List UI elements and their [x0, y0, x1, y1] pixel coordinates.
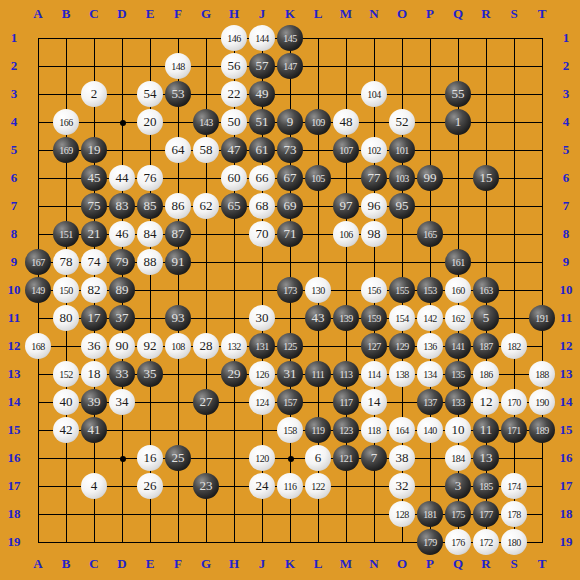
row-label-right: 8: [554, 226, 578, 242]
column-label-top: K: [278, 6, 302, 22]
move-number: 42: [60, 422, 73, 438]
stone-white-58: 58: [193, 137, 219, 163]
stone-white-106: 106: [333, 221, 359, 247]
stone-black-49: 49: [249, 81, 275, 107]
move-number: 173: [283, 285, 297, 296]
move-number: 182: [507, 341, 521, 352]
column-label-bottom: N: [362, 556, 386, 572]
stone-white-108: 108: [165, 333, 191, 359]
row-label-right: 18: [554, 506, 578, 522]
row-label-left: 3: [2, 86, 26, 102]
move-number: 163: [479, 285, 493, 296]
row-label-right: 17: [554, 478, 578, 494]
move-number: 87: [172, 226, 185, 242]
stone-black-141: 141: [445, 333, 471, 359]
move-number: 180: [507, 537, 521, 548]
stone-white-88: 88: [137, 249, 163, 275]
stone-white-124: 124: [249, 389, 275, 415]
column-label-top: T: [530, 6, 554, 22]
move-number: 103: [395, 173, 409, 184]
row-label-right: 11: [554, 310, 578, 326]
stone-black-73: 73: [277, 137, 303, 163]
row-label-right: 3: [554, 86, 578, 102]
stone-black-45: 45: [81, 165, 107, 191]
stone-white-66: 66: [249, 165, 275, 191]
stone-white-86: 86: [165, 193, 191, 219]
stone-white-30: 30: [249, 305, 275, 331]
stone-white-126: 126: [249, 361, 275, 387]
move-number: 135: [451, 369, 465, 380]
stone-white-70: 70: [249, 221, 275, 247]
move-number: 27: [200, 394, 213, 410]
move-number: 55: [452, 86, 465, 102]
move-number: 4: [91, 478, 98, 494]
stone-black-31: 31: [277, 361, 303, 387]
stone-black-35: 35: [137, 361, 163, 387]
stone-black-53: 53: [165, 81, 191, 107]
move-number: 127: [367, 341, 381, 352]
grid-line-vertical: [542, 38, 543, 543]
move-number: 114: [367, 369, 380, 380]
stone-black-189: 189: [529, 417, 555, 443]
move-number: 191: [535, 313, 549, 324]
stone-white-62: 62: [193, 193, 219, 219]
move-number: 158: [283, 425, 297, 436]
move-number: 21: [88, 226, 101, 242]
stone-white-178: 178: [501, 501, 527, 527]
stone-black-77: 77: [361, 165, 387, 191]
move-number: 31: [284, 366, 297, 382]
move-number: 153: [423, 285, 437, 296]
stone-black-39: 39: [81, 389, 107, 415]
stone-white-96: 96: [361, 193, 387, 219]
row-label-right: 15: [554, 422, 578, 438]
column-label-bottom: H: [222, 556, 246, 572]
move-number: 174: [507, 481, 521, 492]
column-label-top: B: [54, 6, 78, 22]
stone-white-122: 122: [305, 473, 331, 499]
row-label-left: 9: [2, 254, 26, 270]
stone-white-186: 186: [473, 361, 499, 387]
move-number: 53: [172, 86, 185, 102]
stone-black-111: 111: [305, 361, 331, 387]
row-label-right: 12: [554, 338, 578, 354]
stone-white-184: 184: [445, 445, 471, 471]
move-number: 90: [116, 338, 129, 354]
move-number: 68: [256, 198, 269, 214]
stone-white-136: 136: [417, 333, 443, 359]
stone-white-182: 182: [501, 333, 527, 359]
move-number: 75: [88, 198, 101, 214]
stone-black-17: 17: [81, 305, 107, 331]
move-number: 33: [116, 366, 129, 382]
stone-black-129: 129: [389, 333, 415, 359]
stone-white-14: 14: [361, 389, 387, 415]
stone-white-52: 52: [389, 109, 415, 135]
stone-white-98: 98: [361, 221, 387, 247]
stone-black-187: 187: [473, 333, 499, 359]
star-point: [120, 120, 126, 126]
stone-black-123: 123: [333, 417, 359, 443]
row-label-right: 4: [554, 114, 578, 130]
stone-white-90: 90: [109, 333, 135, 359]
move-number: 101: [395, 145, 409, 156]
row-label-right: 10: [554, 282, 578, 298]
column-label-top: C: [82, 6, 106, 22]
row-label-left: 11: [2, 310, 26, 326]
column-label-bottom: E: [138, 556, 162, 572]
stone-white-120: 120: [249, 445, 275, 471]
stone-white-154: 154: [389, 305, 415, 331]
move-number: 60: [228, 170, 241, 186]
row-label-right: 6: [554, 170, 578, 186]
column-label-top: R: [474, 6, 498, 22]
stone-white-32: 32: [389, 473, 415, 499]
stone-white-134: 134: [417, 361, 443, 387]
stone-white-64: 64: [165, 137, 191, 163]
move-number: 137: [423, 397, 437, 408]
column-label-bottom: K: [278, 556, 302, 572]
stone-black-103: 103: [389, 165, 415, 191]
move-number: 92: [144, 338, 157, 354]
move-number: 108: [171, 341, 185, 352]
row-label-right: 19: [554, 534, 578, 550]
row-label-left: 19: [2, 534, 26, 550]
row-label-left: 13: [2, 366, 26, 382]
stone-black-163: 163: [473, 277, 499, 303]
stone-white-156: 156: [361, 277, 387, 303]
stone-black-127: 127: [361, 333, 387, 359]
column-label-top: M: [334, 6, 358, 22]
column-label-bottom: R: [474, 556, 498, 572]
stone-white-36: 36: [81, 333, 107, 359]
move-number: 129: [395, 341, 409, 352]
row-label-right: 2: [554, 58, 578, 74]
stone-white-28: 28: [193, 333, 219, 359]
stone-white-18: 18: [81, 361, 107, 387]
move-number: 106: [339, 229, 353, 240]
column-label-top: E: [138, 6, 162, 22]
column-label-bottom: B: [54, 556, 78, 572]
move-number: 111: [312, 369, 325, 380]
stone-black-169: 169: [53, 137, 79, 163]
move-number: 46: [116, 226, 129, 242]
column-label-bottom: J: [250, 556, 274, 572]
column-label-top: Q: [446, 6, 470, 22]
stone-white-54: 54: [137, 81, 163, 107]
stone-white-176: 176: [445, 529, 471, 555]
move-number: 121: [339, 453, 353, 464]
move-number: 70: [256, 226, 269, 242]
move-number: 30: [256, 310, 269, 326]
move-number: 189: [535, 425, 549, 436]
stone-black-145: 145: [277, 25, 303, 51]
move-number: 22: [228, 86, 241, 102]
move-number: 157: [283, 397, 297, 408]
move-number: 124: [255, 397, 269, 408]
move-number: 190: [535, 397, 549, 408]
grid-line-vertical: [514, 38, 515, 543]
stone-black-51: 51: [249, 109, 275, 135]
stone-black-19: 19: [81, 137, 107, 163]
stone-black-143: 143: [193, 109, 219, 135]
move-number: 141: [451, 341, 465, 352]
move-number: 32: [396, 478, 409, 494]
stone-black-139: 139: [333, 305, 359, 331]
stone-white-22: 22: [221, 81, 247, 107]
move-number: 150: [59, 285, 73, 296]
stone-black-95: 95: [389, 193, 415, 219]
row-label-right: 16: [554, 450, 578, 466]
move-number: 88: [144, 254, 157, 270]
move-number: 25: [172, 450, 185, 466]
column-label-bottom: P: [418, 556, 442, 572]
move-number: 35: [144, 366, 157, 382]
move-number: 62: [200, 198, 213, 214]
row-label-left: 6: [2, 170, 26, 186]
stone-black-55: 55: [445, 81, 471, 107]
move-number: 48: [340, 114, 353, 130]
stone-white-84: 84: [137, 221, 163, 247]
move-number: 116: [283, 481, 296, 492]
stone-white-162: 162: [445, 305, 471, 331]
move-number: 119: [311, 425, 324, 436]
row-label-left: 18: [2, 506, 26, 522]
move-number: 49: [256, 86, 269, 102]
column-label-bottom: Q: [446, 556, 470, 572]
stone-white-174: 174: [501, 473, 527, 499]
move-number: 17: [88, 310, 101, 326]
move-number: 66: [256, 170, 269, 186]
stone-black-99: 99: [417, 165, 443, 191]
column-label-top: P: [418, 6, 442, 22]
move-number: 52: [396, 114, 409, 130]
move-number: 10: [452, 422, 465, 438]
stone-black-43: 43: [305, 305, 331, 331]
move-number: 120: [255, 453, 269, 464]
stone-white-132: 132: [221, 333, 247, 359]
stone-black-137: 137: [417, 389, 443, 415]
move-number: 146: [227, 33, 241, 44]
move-number: 181: [423, 509, 437, 520]
stone-black-179: 179: [417, 529, 443, 555]
column-label-bottom: T: [530, 556, 554, 572]
row-label-right: 1: [554, 30, 578, 46]
stone-black-117: 117: [333, 389, 359, 415]
column-label-top: H: [222, 6, 246, 22]
move-number: 44: [116, 170, 129, 186]
move-number: 18: [88, 366, 101, 382]
move-number: 166: [59, 117, 73, 128]
stone-white-180: 180: [501, 529, 527, 555]
row-label-left: 12: [2, 338, 26, 354]
stone-white-80: 80: [53, 305, 79, 331]
stone-white-26: 26: [137, 473, 163, 499]
move-number: 118: [367, 425, 380, 436]
move-number: 176: [451, 537, 465, 548]
stone-black-171: 171: [501, 417, 527, 443]
move-number: 130: [311, 285, 325, 296]
column-label-bottom: F: [166, 556, 190, 572]
move-number: 41: [88, 422, 101, 438]
row-label-left: 2: [2, 58, 26, 74]
stone-white-114: 114: [361, 361, 387, 387]
stone-black-9: 9: [277, 109, 303, 135]
move-number: 85: [144, 198, 157, 214]
stone-white-118: 118: [361, 417, 387, 443]
stone-white-78: 78: [53, 249, 79, 275]
stone-white-60: 60: [221, 165, 247, 191]
stone-black-147: 147: [277, 53, 303, 79]
move-number: 86: [172, 198, 185, 214]
move-number: 3: [455, 478, 462, 494]
stone-white-48: 48: [333, 109, 359, 135]
move-number: 161: [451, 257, 465, 268]
stone-black-161: 161: [445, 249, 471, 275]
column-label-top: S: [502, 6, 526, 22]
stone-black-13: 13: [473, 445, 499, 471]
stone-white-188: 188: [529, 361, 555, 387]
row-label-left: 16: [2, 450, 26, 466]
move-number: 156: [367, 285, 381, 296]
move-number: 122: [311, 481, 325, 492]
stone-black-121: 121: [333, 445, 359, 471]
column-label-top: J: [250, 6, 274, 22]
move-number: 67: [284, 170, 297, 186]
stone-black-5: 5: [473, 305, 499, 331]
stone-black-61: 61: [249, 137, 275, 163]
column-label-top: N: [362, 6, 386, 22]
move-number: 97: [340, 198, 353, 214]
go-board[interactable]: AABBCCDDEEFFGGHHJJKKLLMMNNOOPPQQRRSSTT11…: [0, 0, 580, 580]
stone-white-102: 102: [361, 137, 387, 163]
column-label-bottom: G: [194, 556, 218, 572]
stone-black-153: 153: [417, 277, 443, 303]
stone-white-2: 2: [81, 81, 107, 107]
move-number: 91: [172, 254, 185, 270]
stone-white-140: 140: [417, 417, 443, 443]
move-number: 134: [423, 369, 437, 380]
move-number: 77: [368, 170, 381, 186]
star-point: [120, 456, 126, 462]
stone-white-92: 92: [137, 333, 163, 359]
stone-white-76: 76: [137, 165, 163, 191]
stone-black-159: 159: [361, 305, 387, 331]
move-number: 20: [144, 114, 157, 130]
stone-black-167: 167: [25, 249, 51, 275]
stone-black-23: 23: [193, 473, 219, 499]
row-label-left: 15: [2, 422, 26, 438]
stone-black-69: 69: [277, 193, 303, 219]
stone-white-16: 16: [137, 445, 163, 471]
move-number: 82: [88, 282, 101, 298]
stone-white-170: 170: [501, 389, 527, 415]
row-label-left: 5: [2, 142, 26, 158]
stone-white-148: 148: [165, 53, 191, 79]
move-number: 142: [423, 313, 437, 324]
row-label-right: 5: [554, 142, 578, 158]
move-number: 7: [371, 450, 378, 466]
stone-black-75: 75: [81, 193, 107, 219]
stone-white-158: 158: [277, 417, 303, 443]
stone-black-181: 181: [417, 501, 443, 527]
column-label-bottom: M: [334, 556, 358, 572]
stone-white-146: 146: [221, 25, 247, 51]
move-number: 26: [144, 478, 157, 494]
row-label-left: 17: [2, 478, 26, 494]
move-number: 28: [200, 338, 213, 354]
move-number: 139: [339, 313, 353, 324]
column-label-bottom: O: [390, 556, 414, 572]
stone-black-57: 57: [249, 53, 275, 79]
stone-black-85: 85: [137, 193, 163, 219]
row-label-left: 7: [2, 198, 26, 214]
move-number: 79: [116, 254, 129, 270]
stone-white-130: 130: [305, 277, 331, 303]
move-number: 54: [144, 86, 157, 102]
move-number: 126: [255, 369, 269, 380]
stone-white-104: 104: [361, 81, 387, 107]
move-number: 2: [91, 86, 98, 102]
stone-white-4: 4: [81, 473, 107, 499]
move-number: 171: [507, 425, 521, 436]
stone-white-82: 82: [81, 277, 107, 303]
move-number: 188: [535, 369, 549, 380]
move-number: 50: [228, 114, 241, 130]
stone-white-152: 152: [53, 361, 79, 387]
move-number: 155: [395, 285, 409, 296]
stone-white-138: 138: [389, 361, 415, 387]
move-number: 167: [31, 257, 45, 268]
stone-black-41: 41: [81, 417, 107, 443]
column-label-bottom: S: [502, 556, 526, 572]
move-number: 128: [395, 509, 409, 520]
row-label-right: 14: [554, 394, 578, 410]
move-number: 56: [228, 58, 241, 74]
stone-black-27: 27: [193, 389, 219, 415]
move-number: 84: [144, 226, 157, 242]
move-number: 43: [312, 310, 325, 326]
move-number: 11: [480, 422, 493, 438]
stone-black-191: 191: [529, 305, 555, 331]
move-number: 71: [284, 226, 297, 242]
move-number: 162: [451, 313, 465, 324]
stone-white-160: 160: [445, 277, 471, 303]
move-number: 13: [480, 450, 493, 466]
stone-white-128: 128: [389, 501, 415, 527]
stone-white-190: 190: [529, 389, 555, 415]
stone-black-105: 105: [305, 165, 331, 191]
column-label-top: O: [390, 6, 414, 22]
move-number: 140: [423, 425, 437, 436]
stone-black-33: 33: [109, 361, 135, 387]
move-number: 47: [228, 142, 241, 158]
move-number: 64: [172, 142, 185, 158]
stone-white-56: 56: [221, 53, 247, 79]
stone-black-101: 101: [389, 137, 415, 163]
move-number: 24: [256, 478, 269, 494]
stone-black-89: 89: [109, 277, 135, 303]
stone-white-150: 150: [53, 277, 79, 303]
column-label-bottom: A: [26, 556, 50, 572]
move-number: 186: [479, 369, 493, 380]
move-number: 160: [451, 285, 465, 296]
move-number: 61: [256, 142, 269, 158]
column-label-top: D: [110, 6, 134, 22]
stone-white-44: 44: [109, 165, 135, 191]
move-number: 145: [283, 33, 297, 44]
stone-black-165: 165: [417, 221, 443, 247]
